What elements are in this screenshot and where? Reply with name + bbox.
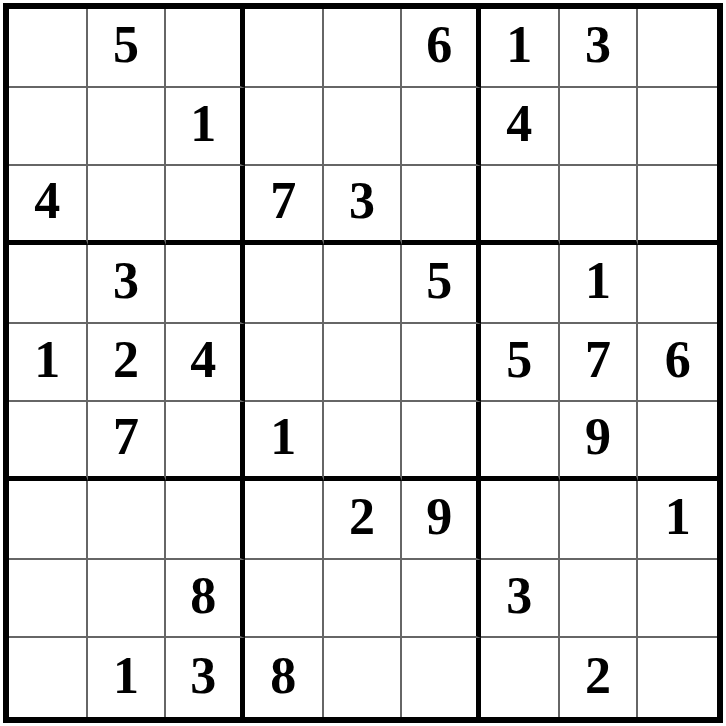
sudoku-grid: 561314473351124576719291831382 [3,3,723,723]
cell-r8c1[interactable] [9,560,88,639]
given-digit: 2 [349,491,375,543]
given-digit: 1 [665,491,691,543]
cell-r7c7[interactable] [481,481,560,560]
given-digit: 8 [270,650,296,702]
given-digit: 4 [34,175,60,227]
cell-r4c3[interactable] [166,245,245,324]
cell-r5c2: 2 [88,324,167,403]
cell-r9c1[interactable] [9,638,88,717]
cell-r9c7[interactable] [481,638,560,717]
given-digit: 6 [665,334,691,386]
given-digit: 7 [270,175,296,227]
cell-r8c9[interactable] [638,560,717,639]
given-digit: 1 [34,334,60,386]
cell-r9c3: 3 [166,638,245,717]
cell-r3c5: 3 [324,166,403,245]
cell-r2c8[interactable] [560,88,639,167]
cell-r7c2[interactable] [88,481,167,560]
cell-r2c3: 1 [166,88,245,167]
given-digit: 7 [113,411,139,463]
cell-r5c6[interactable] [402,324,481,403]
cell-r8c3: 8 [166,560,245,639]
cell-r9c8: 2 [560,638,639,717]
cell-r3c3[interactable] [166,166,245,245]
cell-r8c5[interactable] [324,560,403,639]
cell-r5c8: 7 [560,324,639,403]
given-digit: 2 [113,334,139,386]
given-digit: 3 [349,175,375,227]
cell-r9c9[interactable] [638,638,717,717]
cell-r3c4: 7 [245,166,324,245]
cell-r7c4[interactable] [245,481,324,560]
cell-r1c7: 1 [481,9,560,88]
given-digit: 1 [585,255,611,307]
cell-r9c5[interactable] [324,638,403,717]
cell-r1c5[interactable] [324,9,403,88]
cell-r8c8[interactable] [560,560,639,639]
cell-r6c6[interactable] [402,402,481,481]
cell-r6c9[interactable] [638,402,717,481]
given-digit: 4 [506,98,532,150]
sudoku-board: 561314473351124576719291831382 [0,0,726,726]
cell-r5c5[interactable] [324,324,403,403]
cell-r9c2: 1 [88,638,167,717]
cell-r6c5[interactable] [324,402,403,481]
given-digit: 5 [426,255,452,307]
cell-r3c6[interactable] [402,166,481,245]
cell-r8c6[interactable] [402,560,481,639]
cell-r6c4: 1 [245,402,324,481]
cell-r3c7[interactable] [481,166,560,245]
cell-r7c6: 9 [402,481,481,560]
cell-r5c4[interactable] [245,324,324,403]
cell-r7c1[interactable] [9,481,88,560]
cell-r2c7: 4 [481,88,560,167]
cell-r5c3: 4 [166,324,245,403]
given-digit: 9 [585,411,611,463]
given-digit: 5 [113,19,139,71]
cell-r7c8[interactable] [560,481,639,560]
given-digit: 1 [190,98,216,150]
cell-r6c3[interactable] [166,402,245,481]
cell-r6c2: 7 [88,402,167,481]
given-digit: 2 [585,650,611,702]
cell-r1c6: 6 [402,9,481,88]
cell-r5c1: 1 [9,324,88,403]
cell-r8c2[interactable] [88,560,167,639]
cell-r4c8: 1 [560,245,639,324]
cell-r7c3[interactable] [166,481,245,560]
given-digit: 3 [113,255,139,307]
given-digit: 1 [270,411,296,463]
cell-r9c4: 8 [245,638,324,717]
cell-r2c9[interactable] [638,88,717,167]
cell-r6c1[interactable] [9,402,88,481]
cell-r1c3[interactable] [166,9,245,88]
cell-r7c9: 1 [638,481,717,560]
cell-r1c9[interactable] [638,9,717,88]
cell-r4c1[interactable] [9,245,88,324]
cell-r1c2: 5 [88,9,167,88]
cell-r9c6[interactable] [402,638,481,717]
cell-r4c2: 3 [88,245,167,324]
cell-r7c5: 2 [324,481,403,560]
cell-r8c7: 3 [481,560,560,639]
cell-r4c9[interactable] [638,245,717,324]
cell-r3c9[interactable] [638,166,717,245]
given-digit: 3 [585,19,611,71]
cell-r2c6[interactable] [402,88,481,167]
cell-r4c5[interactable] [324,245,403,324]
cell-r2c5[interactable] [324,88,403,167]
cell-r3c2[interactable] [88,166,167,245]
given-digit: 7 [585,334,611,386]
cell-r4c6: 5 [402,245,481,324]
given-digit: 3 [190,650,216,702]
cell-r1c1[interactable] [9,9,88,88]
cell-r3c1: 4 [9,166,88,245]
cell-r2c1[interactable] [9,88,88,167]
given-digit: 9 [426,491,452,543]
cell-r6c8: 9 [560,402,639,481]
given-digit: 5 [506,334,532,386]
given-digit: 3 [506,570,532,622]
cell-r5c9: 6 [638,324,717,403]
cell-r1c4[interactable] [245,9,324,88]
cell-r5c7: 5 [481,324,560,403]
cell-r1c8: 3 [560,9,639,88]
cell-r2c2[interactable] [88,88,167,167]
cell-r4c7[interactable] [481,245,560,324]
cell-r4c4[interactable] [245,245,324,324]
cell-r8c4[interactable] [245,560,324,639]
cell-r3c8[interactable] [560,166,639,245]
given-digit: 1 [506,19,532,71]
cell-r2c4[interactable] [245,88,324,167]
given-digit: 4 [190,334,216,386]
given-digit: 8 [190,570,216,622]
cell-r6c7[interactable] [481,402,560,481]
given-digit: 1 [113,650,139,702]
given-digit: 6 [426,19,452,71]
